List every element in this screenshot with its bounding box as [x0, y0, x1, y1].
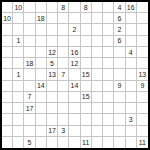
cell-r12c11[interactable]: [114, 126, 125, 137]
cell-r13c6[interactable]: [58, 137, 69, 148]
cell-r7c11[interactable]: [114, 69, 125, 80]
cell-r2c12[interactable]: [126, 13, 137, 24]
cell-r13c2[interactable]: [13, 137, 24, 148]
cell-r4c4[interactable]: [36, 36, 47, 47]
cell-r8c9[interactable]: [92, 81, 103, 92]
cell-r7c10[interactable]: [103, 69, 114, 80]
cell-r3c3[interactable]: [24, 24, 35, 35]
cell-r5c3[interactable]: [24, 47, 35, 58]
cell-r3c5[interactable]: [47, 24, 58, 35]
clue-cell-r8c11: 9: [114, 81, 125, 92]
cell-r6c10[interactable]: [103, 58, 114, 69]
cell-r4c9[interactable]: [92, 36, 103, 47]
cell-r6c9[interactable]: [92, 58, 103, 69]
cell-r7c4[interactable]: [36, 69, 47, 80]
cell-r7c3[interactable]: [24, 69, 35, 80]
clue-cell-r6c3: 18: [24, 58, 35, 69]
cell-r1c4[interactable]: [36, 2, 47, 13]
cell-r5c9[interactable]: [92, 47, 103, 58]
clue-cell-r6c5: 5: [47, 58, 58, 69]
cell-r1c7[interactable]: [69, 2, 80, 13]
cell-r3c9[interactable]: [92, 24, 103, 35]
cell-r8c3[interactable]: [24, 81, 35, 92]
clue-cell-r2c1: 10: [2, 13, 13, 24]
cell-r9c6[interactable]: [58, 92, 69, 103]
cell-r12c10[interactable]: [103, 126, 114, 137]
cell-r6c6[interactable]: [58, 58, 69, 69]
cell-r13c10[interactable]: [103, 137, 114, 148]
clue-cell-r7c8: 15: [81, 69, 92, 80]
cell-r11c8[interactable]: [81, 114, 92, 125]
cell-r4c3[interactable]: [24, 36, 35, 47]
cell-r6c13[interactable]: [137, 58, 148, 69]
clue-cell-r8c4: 14: [36, 81, 47, 92]
cell-r5c6[interactable]: [58, 47, 69, 58]
cell-r3c13[interactable]: [137, 24, 148, 35]
cell-r13c5[interactable]: [47, 137, 58, 148]
cell-r5c13[interactable]: [137, 47, 148, 58]
cell-r3c6[interactable]: [58, 24, 69, 35]
clue-cell-r13c13: 11: [137, 137, 148, 148]
cell-r1c5[interactable]: [47, 2, 58, 13]
cell-r10c10[interactable]: [103, 103, 114, 114]
cell-r3c4[interactable]: [36, 24, 47, 35]
cell-r7c12[interactable]: [126, 69, 137, 80]
cell-r4c6[interactable]: [58, 36, 69, 47]
cell-r4c5[interactable]: [47, 36, 58, 47]
cell-r11c3[interactable]: [24, 114, 35, 125]
cell-r2c5[interactable]: [47, 13, 58, 24]
clue-cell-r4c11: 6: [114, 36, 125, 47]
cell-r13c4[interactable]: [36, 137, 47, 148]
cell-r8c10[interactable]: [103, 81, 114, 92]
cell-r8c1[interactable]: [2, 81, 13, 92]
cell-r8c2[interactable]: [13, 81, 24, 92]
clue-cell-r1c6: 8: [58, 2, 69, 13]
cell-r4c7[interactable]: [69, 36, 80, 47]
cell-r11c5[interactable]: [47, 114, 58, 125]
cell-r4c12[interactable]: [126, 36, 137, 47]
cell-r1c3[interactable]: [24, 2, 35, 13]
cell-r6c11[interactable]: [114, 58, 125, 69]
cell-r12c3[interactable]: [24, 126, 35, 137]
cell-r10c6[interactable]: [58, 103, 69, 114]
clue-cell-r6c7: 12: [69, 58, 80, 69]
cell-r1c13[interactable]: [137, 2, 148, 13]
cell-r1c10[interactable]: [103, 2, 114, 13]
clue-cell-r13c8: 11: [81, 137, 92, 148]
cell-r3c1[interactable]: [2, 24, 13, 35]
cell-r8c6[interactable]: [58, 81, 69, 92]
clue-cell-r1c2: 10: [13, 2, 24, 13]
cell-r12c13[interactable]: [137, 126, 148, 137]
cell-r10c5[interactable]: [47, 103, 58, 114]
cell-r2c8[interactable]: [81, 13, 92, 24]
clue-cell-r8c13: 9: [137, 81, 148, 92]
clue-cell-r1c8: 8: [81, 2, 92, 13]
cell-r2c9[interactable]: [92, 13, 103, 24]
clue-cell-r9c8: 15: [81, 92, 92, 103]
cell-r10c2[interactable]: [13, 103, 24, 114]
clue-cell-r1c11: 4: [114, 2, 125, 13]
clue-cell-r5c12: 4: [126, 47, 137, 58]
cell-r6c12[interactable]: [126, 58, 137, 69]
clue-cell-r10c3: 17: [24, 103, 35, 114]
cell-r12c4[interactable]: [36, 126, 47, 137]
cell-r1c1[interactable]: [2, 2, 13, 13]
cell-r4c10[interactable]: [103, 36, 114, 47]
clue-cell-r4c2: 1: [13, 36, 24, 47]
cell-r7c1[interactable]: [2, 69, 13, 80]
cell-r13c11[interactable]: [114, 137, 125, 148]
cell-r2c6[interactable]: [58, 13, 69, 24]
cell-r12c9[interactable]: [92, 126, 103, 137]
cell-r8c8[interactable]: [81, 81, 92, 92]
cell-r10c13[interactable]: [137, 103, 148, 114]
cell-r9c10[interactable]: [103, 92, 114, 103]
cell-r9c1[interactable]: [2, 92, 13, 103]
cell-r5c11[interactable]: [114, 47, 125, 58]
cell-r13c1[interactable]: [2, 137, 13, 148]
clue-cell-r2c11: 6: [114, 13, 125, 24]
cell-r6c4[interactable]: [36, 58, 47, 69]
clue-cell-r12c6: 3: [58, 126, 69, 137]
clue-cell-r5c5: 12: [47, 47, 58, 58]
cell-r2c13[interactable]: [137, 13, 148, 24]
cell-r13c7[interactable]: [69, 137, 80, 148]
cell-r3c12[interactable]: [126, 24, 137, 35]
cell-r5c4[interactable]: [36, 47, 47, 58]
cell-r3c2[interactable]: [13, 24, 24, 35]
cell-r8c12[interactable]: [126, 81, 137, 92]
clue-cell-r2c4: 18: [36, 13, 47, 24]
cell-r12c7[interactable]: [69, 126, 80, 137]
cell-r6c2[interactable]: [13, 58, 24, 69]
clue-cell-r3c7: 2: [69, 24, 80, 35]
cell-r4c8[interactable]: [81, 36, 92, 47]
cell-r10c11[interactable]: [114, 103, 125, 114]
clue-cell-r1c12: 16: [126, 2, 137, 13]
clue-cell-r9c3: 7: [24, 92, 35, 103]
cell-r9c7[interactable]: [69, 92, 80, 103]
clue-cell-r8c7: 14: [69, 81, 80, 92]
cell-r10c9[interactable]: [92, 103, 103, 114]
cell-r9c9[interactable]: [92, 92, 103, 103]
cell-r10c8[interactable]: [81, 103, 92, 114]
cell-r11c1[interactable]: [2, 114, 13, 125]
cell-r3c8[interactable]: [81, 24, 92, 35]
clue-cell-r5c7: 16: [69, 47, 80, 58]
cell-r10c12[interactable]: [126, 103, 137, 114]
cell-r9c13[interactable]: [137, 92, 148, 103]
cell-r9c12[interactable]: [126, 92, 137, 103]
cell-r11c10[interactable]: [103, 114, 114, 125]
cell-r5c2[interactable]: [13, 47, 24, 58]
cell-r4c1[interactable]: [2, 36, 13, 47]
clue-cell-r13c3: 5: [24, 137, 35, 148]
cell-r12c2[interactable]: [13, 126, 24, 137]
clue-cell-r12c5: 17: [47, 126, 58, 137]
cell-r9c4[interactable]: [36, 92, 47, 103]
puzzle-board: 1088416101862216121641851211371513141499…: [0, 0, 150, 150]
cell-r11c11[interactable]: [114, 114, 125, 125]
cell-r11c7[interactable]: [69, 114, 80, 125]
cell-r11c4[interactable]: [36, 114, 47, 125]
clue-cell-r7c2: 1: [13, 69, 24, 80]
cell-r2c7[interactable]: [69, 13, 80, 24]
cell-r11c9[interactable]: [92, 114, 103, 125]
cell-r8c5[interactable]: [47, 81, 58, 92]
clue-cell-r7c5: 13: [47, 69, 58, 80]
cell-r6c8[interactable]: [81, 58, 92, 69]
cell-r12c8[interactable]: [81, 126, 92, 137]
cell-r7c9[interactable]: [92, 69, 103, 80]
cell-r10c1[interactable]: [2, 103, 13, 114]
clue-cell-r3c11: 2: [114, 24, 125, 35]
cell-r11c6[interactable]: [58, 114, 69, 125]
cell-r3c10[interactable]: [103, 24, 114, 35]
cell-r13c9[interactable]: [92, 137, 103, 148]
cell-r7c7[interactable]: [69, 69, 80, 80]
clue-cell-r7c6: 7: [58, 69, 69, 80]
cell-r9c5[interactable]: [47, 92, 58, 103]
cell-r1c9[interactable]: [92, 2, 103, 13]
cell-r11c13[interactable]: [137, 114, 148, 125]
cell-r5c1[interactable]: [2, 47, 13, 58]
cell-r5c10[interactable]: [103, 47, 114, 58]
cell-r4c13[interactable]: [137, 36, 148, 47]
cell-r12c1[interactable]: [2, 126, 13, 137]
cell-r12c12[interactable]: [126, 126, 137, 137]
cell-r9c2[interactable]: [13, 92, 24, 103]
clue-cell-r11c12: 3: [126, 114, 137, 125]
cell-r2c3[interactable]: [24, 13, 35, 24]
cell-r10c7[interactable]: [69, 103, 80, 114]
cell-r11c2[interactable]: [13, 114, 24, 125]
cell-r13c12[interactable]: [126, 137, 137, 148]
cell-r2c2[interactable]: [13, 13, 24, 24]
cell-r6c1[interactable]: [2, 58, 13, 69]
cell-r9c11[interactable]: [114, 92, 125, 103]
cell-r10c4[interactable]: [36, 103, 47, 114]
cell-r5c8[interactable]: [81, 47, 92, 58]
clue-cell-r7c13: 13: [137, 69, 148, 80]
cell-r2c10[interactable]: [103, 13, 114, 24]
